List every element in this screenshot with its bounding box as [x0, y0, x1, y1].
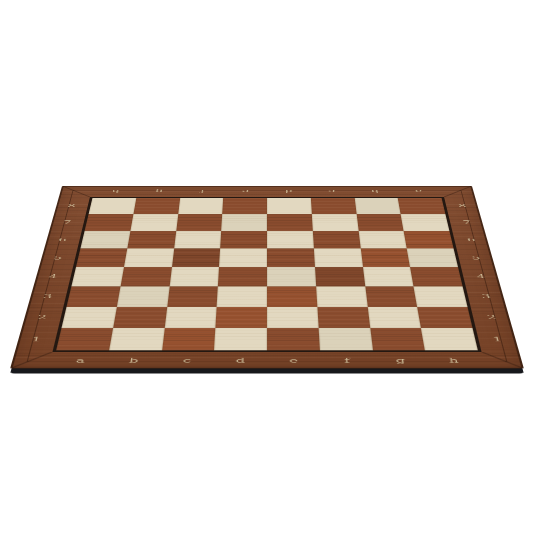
- square-e2: [267, 307, 318, 328]
- square-c7: [176, 214, 223, 231]
- file-label: f: [180, 188, 224, 194]
- square-b2: [113, 307, 167, 328]
- square-g8: [354, 198, 401, 214]
- square-f8: [311, 198, 357, 214]
- square-g2: [367, 307, 421, 328]
- square-b6: [127, 231, 176, 249]
- square-d6: [220, 231, 267, 249]
- square-h8: [398, 198, 445, 214]
- square-g4: [363, 267, 414, 286]
- square-f2: [317, 307, 370, 328]
- rank-label: 5: [47, 249, 69, 267]
- square-c8: [178, 198, 224, 214]
- square-g6: [358, 231, 407, 249]
- chess-board: abcdefgh abcdefgh 87654321 87654321: [10, 186, 524, 369]
- square-h4: [410, 267, 462, 286]
- square-b7: [130, 214, 178, 231]
- rank-label: 7: [457, 214, 477, 231]
- file-label: a: [396, 188, 440, 194]
- square-f6: [313, 231, 361, 249]
- rank-label: 2: [480, 307, 504, 328]
- square-a5: [76, 249, 127, 267]
- square-d3: [217, 286, 267, 306]
- file-label: d: [267, 188, 310, 194]
- square-d1: [214, 328, 267, 350]
- square-h6: [404, 231, 454, 249]
- file-label: a: [53, 356, 108, 364]
- square-g3: [365, 286, 418, 306]
- file-label: g: [373, 356, 428, 364]
- square-a8: [89, 198, 136, 214]
- rank-label: 1: [485, 328, 509, 350]
- square-c1: [162, 328, 216, 350]
- square-h7: [401, 214, 450, 231]
- square-b8: [133, 198, 180, 214]
- square-e8: [267, 198, 312, 214]
- file-label: c: [310, 188, 354, 194]
- square-h5: [407, 249, 458, 267]
- file-label: f: [320, 356, 374, 364]
- squares-grid: [56, 198, 478, 350]
- rank-label: 7: [57, 214, 77, 231]
- square-e7: [267, 214, 313, 231]
- square-a1: [56, 328, 113, 350]
- square-d4: [218, 267, 267, 286]
- rank-label: 3: [36, 286, 59, 306]
- rank-label: 8: [453, 198, 473, 214]
- file-label: h: [426, 356, 481, 364]
- square-h2: [417, 307, 472, 328]
- square-g7: [356, 214, 404, 231]
- square-f3: [316, 286, 367, 306]
- square-e5: [267, 249, 315, 267]
- square-b1: [109, 328, 164, 350]
- file-label: c: [160, 356, 214, 364]
- square-b5: [124, 249, 174, 267]
- file-label: d: [213, 356, 267, 364]
- file-labels-bottom: abcdefgh: [53, 356, 481, 364]
- square-a2: [61, 307, 116, 328]
- square-c6: [174, 231, 222, 249]
- rank-label: 6: [461, 231, 482, 249]
- square-b3: [117, 286, 170, 306]
- rank-label: 2: [30, 307, 54, 328]
- square-e1: [267, 328, 320, 350]
- file-label: h: [93, 188, 137, 194]
- file-labels-top: abcdefgh: [93, 188, 440, 194]
- rank-label: 5: [465, 249, 487, 267]
- square-a4: [71, 267, 123, 286]
- square-d2: [216, 307, 267, 328]
- square-f5: [314, 249, 363, 267]
- rank-label: 4: [470, 267, 492, 286]
- square-a7: [85, 214, 134, 231]
- square-c3: [167, 286, 218, 306]
- square-f1: [318, 328, 372, 350]
- file-label: b: [353, 188, 397, 194]
- square-d8: [222, 198, 267, 214]
- file-label: e: [224, 188, 267, 194]
- square-h1: [421, 328, 478, 350]
- square-e6: [267, 231, 314, 249]
- rank-label: 3: [475, 286, 498, 306]
- square-h3: [414, 286, 468, 306]
- frame-mitre-seam: [482, 352, 524, 369]
- square-c5: [172, 249, 221, 267]
- square-c4: [169, 267, 219, 286]
- rank-label: 1: [24, 328, 48, 350]
- rank-label: 8: [62, 198, 82, 214]
- square-e4: [267, 267, 316, 286]
- frame-mitre-seam: [59, 186, 93, 197]
- rank-label: 4: [42, 267, 64, 286]
- square-d7: [221, 214, 267, 231]
- file-label: e: [267, 356, 321, 364]
- rank-label: 6: [52, 231, 73, 249]
- square-a6: [80, 231, 130, 249]
- square-f4: [315, 267, 365, 286]
- frame-mitre-seam: [441, 186, 475, 197]
- square-d5: [219, 249, 267, 267]
- square-e3: [267, 286, 317, 306]
- square-c2: [164, 307, 217, 328]
- square-g5: [360, 249, 410, 267]
- square-g1: [370, 328, 425, 350]
- square-b4: [120, 267, 171, 286]
- playing-area: [52, 197, 481, 352]
- file-label: b: [106, 356, 161, 364]
- file-label: g: [137, 188, 181, 194]
- square-f7: [312, 214, 359, 231]
- square-a3: [67, 286, 121, 306]
- frame-mitre-seam: [10, 352, 52, 369]
- photo-background: abcdefgh abcdefgh 87654321 87654321: [0, 0, 533, 533]
